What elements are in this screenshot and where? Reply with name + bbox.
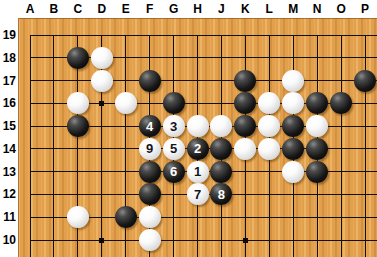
row-label-15: 15 (0, 117, 16, 135)
stone-white-M17[interactable] (282, 70, 304, 92)
stone-white-H15[interactable] (187, 115, 209, 137)
row-label-13: 13 (0, 163, 16, 181)
row-label-17: 17 (0, 72, 16, 90)
grid-line-col-A (30, 35, 31, 257)
stone-white-H12[interactable]: 7 (187, 183, 209, 205)
stone-white-F11[interactable] (139, 206, 161, 228)
move-number-3: 3 (170, 120, 177, 133)
row-label-16: 16 (0, 94, 16, 112)
grid-line-col-O (341, 35, 342, 257)
stone-white-M13[interactable] (282, 161, 304, 183)
column-label-M: M (281, 0, 305, 18)
column-label-P: P (353, 0, 377, 18)
stone-white-G15[interactable]: 3 (163, 115, 185, 137)
stone-black-N14[interactable] (306, 138, 328, 160)
column-label-N: N (305, 0, 329, 18)
move-number-9: 9 (146, 142, 153, 155)
move-number-6: 6 (170, 165, 177, 178)
stone-black-C15[interactable] (67, 115, 89, 137)
stone-black-M14[interactable] (282, 138, 304, 160)
stone-white-G14[interactable]: 5 (163, 138, 185, 160)
stone-white-D17[interactable] (91, 70, 113, 92)
column-label-K: K (233, 0, 257, 18)
row-label-18: 18 (0, 49, 16, 67)
stone-white-C11[interactable] (67, 206, 89, 228)
column-label-C: C (66, 0, 90, 18)
stone-black-E11[interactable] (115, 206, 137, 228)
row-label-10: 10 (0, 231, 16, 249)
move-number-5: 5 (170, 142, 177, 155)
stone-white-F10[interactable] (139, 229, 161, 251)
column-label-J: J (209, 0, 233, 18)
stone-white-E16[interactable] (115, 92, 137, 114)
move-number-1: 1 (194, 165, 201, 178)
stone-black-K17[interactable] (234, 70, 256, 92)
star-point-D10 (99, 238, 104, 243)
stone-black-J13[interactable] (210, 161, 232, 183)
column-label-B: B (42, 0, 66, 18)
move-number-2: 2 (194, 142, 201, 155)
stone-black-P17[interactable] (354, 70, 376, 92)
stone-black-F13[interactable] (139, 161, 161, 183)
grid-line-row-19 (30, 35, 377, 36)
grid-line-row-17 (30, 80, 377, 81)
grid-line-row-10 (30, 240, 377, 241)
column-label-E: E (114, 0, 138, 18)
column-label-L: L (257, 0, 281, 18)
grid-line-col-B (53, 35, 54, 257)
stone-black-F12[interactable] (139, 183, 161, 205)
stone-white-F14[interactable]: 9 (139, 138, 161, 160)
row-label-19: 19 (0, 26, 16, 44)
stone-black-G16[interactable] (163, 92, 185, 114)
column-label-H: H (186, 0, 210, 18)
stone-white-C16[interactable] (67, 92, 89, 114)
stone-white-H13[interactable]: 1 (187, 161, 209, 183)
move-number-8: 8 (218, 188, 225, 201)
stone-black-F15[interactable]: 4 (139, 115, 161, 137)
star-point-K10 (243, 238, 248, 243)
grid-line-col-P (365, 35, 366, 257)
star-point-D16 (99, 101, 104, 106)
column-label-D: D (90, 0, 114, 18)
column-label-G: G (162, 0, 186, 18)
stone-black-G13[interactable]: 6 (163, 161, 185, 183)
column-label-A: A (18, 0, 42, 18)
stone-black-C18[interactable] (67, 47, 89, 69)
column-label-O: O (329, 0, 353, 18)
row-label-14: 14 (0, 140, 16, 158)
stone-black-N13[interactable] (306, 161, 328, 183)
stone-white-L14[interactable] (258, 138, 280, 160)
stone-white-D18[interactable] (91, 47, 113, 69)
row-label-11: 11 (0, 208, 16, 226)
move-number-4: 4 (146, 120, 153, 133)
stone-black-F17[interactable] (139, 70, 161, 92)
stone-black-H14[interactable]: 2 (187, 138, 209, 160)
go-board-diagram: ABCDEFGHJKLMNOP19181716151413121110 4268… (0, 0, 377, 257)
column-label-F: F (138, 0, 162, 18)
move-number-7: 7 (194, 188, 201, 201)
row-label-12: 12 (0, 185, 16, 203)
